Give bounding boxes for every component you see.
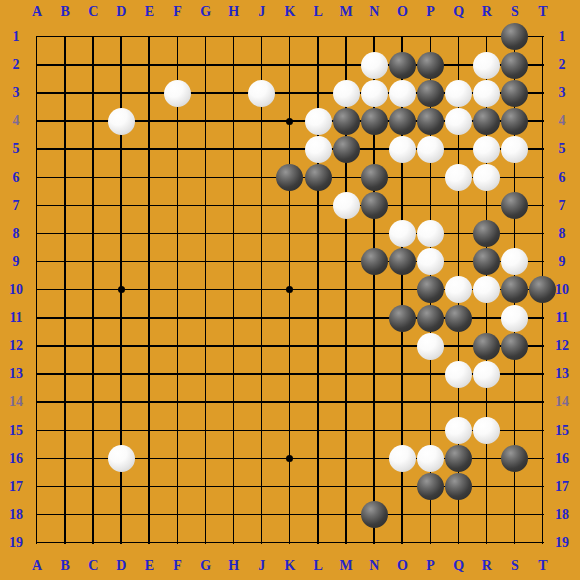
intersection-D5[interactable] bbox=[107, 135, 135, 163]
white-stone-Q4[interactable]: ○ bbox=[445, 108, 472, 135]
intersection-O2[interactable]: ● bbox=[388, 51, 416, 79]
intersection-O1[interactable] bbox=[388, 23, 416, 51]
intersection-A6[interactable] bbox=[23, 163, 51, 191]
intersection-T15[interactable] bbox=[529, 416, 557, 444]
intersection-T8[interactable] bbox=[529, 220, 557, 248]
intersection-D4[interactable]: ○ bbox=[107, 107, 135, 135]
intersection-N3[interactable]: ○ bbox=[360, 79, 388, 107]
white-stone-P12[interactable]: ○ bbox=[417, 333, 444, 360]
intersection-B14[interactable] bbox=[51, 388, 79, 416]
intersection-F16[interactable] bbox=[163, 445, 191, 473]
intersection-N16[interactable] bbox=[360, 445, 388, 473]
intersection-M18[interactable] bbox=[332, 501, 360, 529]
intersection-K7[interactable] bbox=[276, 192, 304, 220]
intersection-J15[interactable] bbox=[248, 416, 276, 444]
intersection-A3[interactable] bbox=[23, 79, 51, 107]
intersection-N19[interactable] bbox=[360, 529, 388, 557]
intersection-L19[interactable] bbox=[304, 529, 332, 557]
intersection-D2[interactable] bbox=[107, 51, 135, 79]
intersection-J13[interactable] bbox=[248, 360, 276, 388]
black-stone-N7[interactable]: ● bbox=[361, 192, 388, 219]
white-stone-M3[interactable]: ○ bbox=[333, 80, 360, 107]
white-stone-M7[interactable]: ○ bbox=[333, 192, 360, 219]
intersection-O6[interactable] bbox=[388, 163, 416, 191]
intersection-D12[interactable] bbox=[107, 332, 135, 360]
intersection-A16[interactable] bbox=[23, 445, 51, 473]
intersection-G2[interactable] bbox=[192, 51, 220, 79]
intersection-D6[interactable] bbox=[107, 163, 135, 191]
intersection-R8[interactable]: ● bbox=[473, 220, 501, 248]
intersection-G5[interactable] bbox=[192, 135, 220, 163]
intersection-Q17[interactable]: ● bbox=[445, 473, 473, 501]
white-stone-R2[interactable]: ○ bbox=[473, 52, 500, 79]
intersection-P4[interactable]: ● bbox=[416, 107, 444, 135]
intersection-J9[interactable] bbox=[248, 248, 276, 276]
intersection-E9[interactable] bbox=[135, 248, 163, 276]
intersection-B3[interactable] bbox=[51, 79, 79, 107]
intersection-T10[interactable]: ● bbox=[529, 276, 557, 304]
intersection-D7[interactable] bbox=[107, 192, 135, 220]
intersection-F14[interactable] bbox=[163, 388, 191, 416]
intersection-M4[interactable]: ● bbox=[332, 107, 360, 135]
intersection-E5[interactable] bbox=[135, 135, 163, 163]
intersection-K13[interactable] bbox=[276, 360, 304, 388]
intersection-J8[interactable] bbox=[248, 220, 276, 248]
white-stone-R3[interactable]: ○ bbox=[473, 80, 500, 107]
intersection-K4[interactable] bbox=[276, 107, 304, 135]
black-stone-O9[interactable]: ● bbox=[389, 248, 416, 275]
black-stone-M4[interactable]: ● bbox=[333, 108, 360, 135]
intersection-C11[interactable] bbox=[79, 304, 107, 332]
black-stone-P4[interactable]: ● bbox=[417, 108, 444, 135]
intersection-B7[interactable] bbox=[51, 192, 79, 220]
black-stone-P3[interactable]: ● bbox=[417, 80, 444, 107]
intersection-H4[interactable] bbox=[220, 107, 248, 135]
intersection-S6[interactable] bbox=[501, 163, 529, 191]
intersection-C13[interactable] bbox=[79, 360, 107, 388]
intersection-D9[interactable] bbox=[107, 248, 135, 276]
intersection-E18[interactable] bbox=[135, 501, 163, 529]
intersection-F5[interactable] bbox=[163, 135, 191, 163]
intersection-N17[interactable] bbox=[360, 473, 388, 501]
white-stone-Q15[interactable]: ○ bbox=[445, 417, 472, 444]
intersection-N2[interactable]: ○ bbox=[360, 51, 388, 79]
intersection-K9[interactable] bbox=[276, 248, 304, 276]
intersection-H10[interactable] bbox=[220, 276, 248, 304]
intersection-R18[interactable] bbox=[473, 501, 501, 529]
white-stone-O5[interactable]: ○ bbox=[389, 136, 416, 163]
intersection-F3[interactable]: ○ bbox=[163, 79, 191, 107]
intersection-T16[interactable] bbox=[529, 445, 557, 473]
black-stone-T10[interactable]: ● bbox=[529, 276, 556, 303]
intersection-S17[interactable] bbox=[501, 473, 529, 501]
intersection-F10[interactable] bbox=[163, 276, 191, 304]
intersection-D14[interactable] bbox=[107, 388, 135, 416]
intersection-C10[interactable] bbox=[79, 276, 107, 304]
intersection-O18[interactable] bbox=[388, 501, 416, 529]
white-stone-O8[interactable]: ○ bbox=[389, 220, 416, 247]
intersection-G11[interactable] bbox=[192, 304, 220, 332]
intersection-L6[interactable]: ● bbox=[304, 163, 332, 191]
intersection-T7[interactable] bbox=[529, 192, 557, 220]
intersection-F12[interactable] bbox=[163, 332, 191, 360]
white-stone-Q10[interactable]: ○ bbox=[445, 276, 472, 303]
intersection-L8[interactable] bbox=[304, 220, 332, 248]
intersection-J4[interactable] bbox=[248, 107, 276, 135]
black-stone-S3[interactable]: ● bbox=[501, 80, 528, 107]
white-stone-S11[interactable]: ○ bbox=[501, 305, 528, 332]
intersection-S9[interactable]: ○ bbox=[501, 248, 529, 276]
intersection-G12[interactable] bbox=[192, 332, 220, 360]
intersection-M19[interactable] bbox=[332, 529, 360, 557]
black-stone-M5[interactable]: ● bbox=[333, 136, 360, 163]
intersection-P9[interactable]: ○ bbox=[416, 248, 444, 276]
intersection-B19[interactable] bbox=[51, 529, 79, 557]
intersection-R16[interactable] bbox=[473, 445, 501, 473]
intersection-J10[interactable] bbox=[248, 276, 276, 304]
intersection-S8[interactable] bbox=[501, 220, 529, 248]
intersection-L4[interactable]: ○ bbox=[304, 107, 332, 135]
intersection-C19[interactable] bbox=[79, 529, 107, 557]
intersection-N11[interactable] bbox=[360, 304, 388, 332]
intersection-A15[interactable] bbox=[23, 416, 51, 444]
intersection-K14[interactable] bbox=[276, 388, 304, 416]
black-stone-O4[interactable]: ● bbox=[389, 108, 416, 135]
white-stone-O16[interactable]: ○ bbox=[389, 445, 416, 472]
intersection-E19[interactable] bbox=[135, 529, 163, 557]
intersection-M5[interactable]: ● bbox=[332, 135, 360, 163]
intersection-G14[interactable] bbox=[192, 388, 220, 416]
intersection-P6[interactable] bbox=[416, 163, 444, 191]
intersection-L15[interactable] bbox=[304, 416, 332, 444]
intersection-M7[interactable]: ○ bbox=[332, 192, 360, 220]
intersection-O4[interactable]: ● bbox=[388, 107, 416, 135]
intersection-H17[interactable] bbox=[220, 473, 248, 501]
intersection-P8[interactable]: ○ bbox=[416, 220, 444, 248]
intersection-D16[interactable]: ○ bbox=[107, 445, 135, 473]
intersection-K5[interactable] bbox=[276, 135, 304, 163]
intersection-M15[interactable] bbox=[332, 416, 360, 444]
intersection-K2[interactable] bbox=[276, 51, 304, 79]
intersection-Q4[interactable]: ○ bbox=[445, 107, 473, 135]
intersection-J19[interactable] bbox=[248, 529, 276, 557]
intersection-A19[interactable] bbox=[23, 529, 51, 557]
intersection-O14[interactable] bbox=[388, 388, 416, 416]
intersection-Q16[interactable]: ● bbox=[445, 445, 473, 473]
white-stone-R6[interactable]: ○ bbox=[473, 164, 500, 191]
intersection-B12[interactable] bbox=[51, 332, 79, 360]
intersection-A4[interactable] bbox=[23, 107, 51, 135]
intersection-P3[interactable]: ● bbox=[416, 79, 444, 107]
intersection-H19[interactable] bbox=[220, 529, 248, 557]
intersection-L10[interactable] bbox=[304, 276, 332, 304]
intersection-M8[interactable] bbox=[332, 220, 360, 248]
intersection-R4[interactable]: ● bbox=[473, 107, 501, 135]
intersection-K15[interactable] bbox=[276, 416, 304, 444]
white-stone-R13[interactable]: ○ bbox=[473, 361, 500, 388]
intersection-H15[interactable] bbox=[220, 416, 248, 444]
intersection-J7[interactable] bbox=[248, 192, 276, 220]
intersection-Q13[interactable]: ○ bbox=[445, 360, 473, 388]
intersection-D1[interactable] bbox=[107, 23, 135, 51]
intersection-E4[interactable] bbox=[135, 107, 163, 135]
white-stone-Q3[interactable]: ○ bbox=[445, 80, 472, 107]
intersection-S7[interactable]: ● bbox=[501, 192, 529, 220]
intersection-J3[interactable]: ○ bbox=[248, 79, 276, 107]
intersection-J1[interactable] bbox=[248, 23, 276, 51]
intersection-O8[interactable]: ○ bbox=[388, 220, 416, 248]
intersection-N12[interactable] bbox=[360, 332, 388, 360]
intersection-S3[interactable]: ● bbox=[501, 79, 529, 107]
intersection-F11[interactable] bbox=[163, 304, 191, 332]
intersection-H12[interactable] bbox=[220, 332, 248, 360]
intersection-E2[interactable] bbox=[135, 51, 163, 79]
intersection-P16[interactable]: ○ bbox=[416, 445, 444, 473]
intersection-P2[interactable]: ● bbox=[416, 51, 444, 79]
intersection-N10[interactable] bbox=[360, 276, 388, 304]
intersection-P11[interactable]: ● bbox=[416, 304, 444, 332]
intersection-M3[interactable]: ○ bbox=[332, 79, 360, 107]
intersection-R9[interactable]: ● bbox=[473, 248, 501, 276]
black-stone-S4[interactable]: ● bbox=[501, 108, 528, 135]
intersection-L17[interactable] bbox=[304, 473, 332, 501]
intersection-T2[interactable] bbox=[529, 51, 557, 79]
intersection-M12[interactable] bbox=[332, 332, 360, 360]
intersection-L14[interactable] bbox=[304, 388, 332, 416]
intersection-R1[interactable] bbox=[473, 23, 501, 51]
intersection-L5[interactable]: ○ bbox=[304, 135, 332, 163]
intersection-K18[interactable] bbox=[276, 501, 304, 529]
intersection-P18[interactable] bbox=[416, 501, 444, 529]
intersection-O10[interactable] bbox=[388, 276, 416, 304]
intersection-A7[interactable] bbox=[23, 192, 51, 220]
black-stone-N6[interactable]: ● bbox=[361, 164, 388, 191]
intersection-H2[interactable] bbox=[220, 51, 248, 79]
intersection-S14[interactable] bbox=[501, 388, 529, 416]
intersection-A14[interactable] bbox=[23, 388, 51, 416]
intersection-F7[interactable] bbox=[163, 192, 191, 220]
intersection-P17[interactable]: ● bbox=[416, 473, 444, 501]
intersection-T14[interactable] bbox=[529, 388, 557, 416]
intersection-C2[interactable] bbox=[79, 51, 107, 79]
intersection-J18[interactable] bbox=[248, 501, 276, 529]
intersection-N7[interactable]: ● bbox=[360, 192, 388, 220]
intersection-N13[interactable] bbox=[360, 360, 388, 388]
intersection-B16[interactable] bbox=[51, 445, 79, 473]
intersection-M14[interactable] bbox=[332, 388, 360, 416]
intersection-H8[interactable] bbox=[220, 220, 248, 248]
intersection-Q9[interactable] bbox=[445, 248, 473, 276]
black-stone-R4[interactable]: ● bbox=[473, 108, 500, 135]
intersection-C18[interactable] bbox=[79, 501, 107, 529]
white-stone-P16[interactable]: ○ bbox=[417, 445, 444, 472]
black-stone-R12[interactable]: ● bbox=[473, 333, 500, 360]
intersection-K8[interactable] bbox=[276, 220, 304, 248]
intersection-Q7[interactable] bbox=[445, 192, 473, 220]
intersection-P14[interactable] bbox=[416, 388, 444, 416]
intersection-N14[interactable] bbox=[360, 388, 388, 416]
intersection-S5[interactable]: ○ bbox=[501, 135, 529, 163]
intersection-A1[interactable] bbox=[23, 23, 51, 51]
black-stone-Q11[interactable]: ● bbox=[445, 305, 472, 332]
intersection-L7[interactable] bbox=[304, 192, 332, 220]
intersection-C4[interactable] bbox=[79, 107, 107, 135]
black-stone-S16[interactable]: ● bbox=[501, 445, 528, 472]
white-stone-R15[interactable]: ○ bbox=[473, 417, 500, 444]
intersection-R7[interactable] bbox=[473, 192, 501, 220]
intersection-J11[interactable] bbox=[248, 304, 276, 332]
intersection-A5[interactable] bbox=[23, 135, 51, 163]
black-stone-R8[interactable]: ● bbox=[473, 220, 500, 247]
intersection-E8[interactable] bbox=[135, 220, 163, 248]
intersection-O17[interactable] bbox=[388, 473, 416, 501]
intersection-R14[interactable] bbox=[473, 388, 501, 416]
intersection-B1[interactable] bbox=[51, 23, 79, 51]
black-stone-Q17[interactable]: ● bbox=[445, 473, 472, 500]
intersection-B17[interactable] bbox=[51, 473, 79, 501]
intersection-S11[interactable]: ○ bbox=[501, 304, 529, 332]
intersection-O12[interactable] bbox=[388, 332, 416, 360]
intersection-Q15[interactable]: ○ bbox=[445, 416, 473, 444]
intersection-H7[interactable] bbox=[220, 192, 248, 220]
intersection-B2[interactable] bbox=[51, 51, 79, 79]
black-stone-N9[interactable]: ● bbox=[361, 248, 388, 275]
intersection-C15[interactable] bbox=[79, 416, 107, 444]
intersection-H6[interactable] bbox=[220, 163, 248, 191]
intersection-F4[interactable] bbox=[163, 107, 191, 135]
white-stone-O3[interactable]: ○ bbox=[389, 80, 416, 107]
intersection-G3[interactable] bbox=[192, 79, 220, 107]
black-stone-S7[interactable]: ● bbox=[501, 192, 528, 219]
intersection-F19[interactable] bbox=[163, 529, 191, 557]
black-stone-R9[interactable]: ● bbox=[473, 248, 500, 275]
black-stone-O2[interactable]: ● bbox=[389, 52, 416, 79]
intersection-Q5[interactable] bbox=[445, 135, 473, 163]
white-stone-N2[interactable]: ○ bbox=[361, 52, 388, 79]
intersection-R5[interactable]: ○ bbox=[473, 135, 501, 163]
intersection-F1[interactable] bbox=[163, 23, 191, 51]
intersection-C12[interactable] bbox=[79, 332, 107, 360]
intersection-E14[interactable] bbox=[135, 388, 163, 416]
intersection-H9[interactable] bbox=[220, 248, 248, 276]
black-stone-Q16[interactable]: ● bbox=[445, 445, 472, 472]
intersection-L3[interactable] bbox=[304, 79, 332, 107]
intersection-Q11[interactable]: ● bbox=[445, 304, 473, 332]
intersection-B6[interactable] bbox=[51, 163, 79, 191]
white-stone-P5[interactable]: ○ bbox=[417, 136, 444, 163]
intersection-N18[interactable]: ● bbox=[360, 501, 388, 529]
intersection-A9[interactable] bbox=[23, 248, 51, 276]
intersection-P15[interactable] bbox=[416, 416, 444, 444]
intersection-K16[interactable] bbox=[276, 445, 304, 473]
white-stone-L5[interactable]: ○ bbox=[305, 136, 332, 163]
white-stone-Q13[interactable]: ○ bbox=[445, 361, 472, 388]
intersection-N9[interactable]: ● bbox=[360, 248, 388, 276]
intersection-A17[interactable] bbox=[23, 473, 51, 501]
intersection-L13[interactable] bbox=[304, 360, 332, 388]
intersection-T18[interactable] bbox=[529, 501, 557, 529]
intersection-K10[interactable] bbox=[276, 276, 304, 304]
intersection-D3[interactable] bbox=[107, 79, 135, 107]
intersection-E16[interactable] bbox=[135, 445, 163, 473]
intersection-L9[interactable] bbox=[304, 248, 332, 276]
intersection-H3[interactable] bbox=[220, 79, 248, 107]
intersection-G8[interactable] bbox=[192, 220, 220, 248]
intersection-Q14[interactable] bbox=[445, 388, 473, 416]
white-stone-L4[interactable]: ○ bbox=[305, 108, 332, 135]
intersection-T17[interactable] bbox=[529, 473, 557, 501]
intersection-N5[interactable] bbox=[360, 135, 388, 163]
intersection-P10[interactable]: ● bbox=[416, 276, 444, 304]
intersection-C17[interactable] bbox=[79, 473, 107, 501]
intersection-R13[interactable]: ○ bbox=[473, 360, 501, 388]
intersection-F13[interactable] bbox=[163, 360, 191, 388]
intersection-K19[interactable] bbox=[276, 529, 304, 557]
intersection-L18[interactable] bbox=[304, 501, 332, 529]
intersection-G6[interactable] bbox=[192, 163, 220, 191]
intersection-G9[interactable] bbox=[192, 248, 220, 276]
intersection-K11[interactable] bbox=[276, 304, 304, 332]
intersection-B18[interactable] bbox=[51, 501, 79, 529]
intersection-C14[interactable] bbox=[79, 388, 107, 416]
intersection-D13[interactable] bbox=[107, 360, 135, 388]
intersection-A10[interactable] bbox=[23, 276, 51, 304]
intersection-D15[interactable] bbox=[107, 416, 135, 444]
intersection-F15[interactable] bbox=[163, 416, 191, 444]
intersection-R12[interactable]: ● bbox=[473, 332, 501, 360]
black-stone-S12[interactable]: ● bbox=[501, 333, 528, 360]
intersection-Q6[interactable]: ○ bbox=[445, 163, 473, 191]
intersection-E6[interactable] bbox=[135, 163, 163, 191]
intersection-P1[interactable] bbox=[416, 23, 444, 51]
intersection-H11[interactable] bbox=[220, 304, 248, 332]
intersection-P7[interactable] bbox=[416, 192, 444, 220]
intersection-S19[interactable] bbox=[501, 529, 529, 557]
intersection-B9[interactable] bbox=[51, 248, 79, 276]
black-stone-S10[interactable]: ● bbox=[501, 276, 528, 303]
white-stone-J3[interactable]: ○ bbox=[248, 80, 275, 107]
intersection-N15[interactable] bbox=[360, 416, 388, 444]
intersection-N1[interactable] bbox=[360, 23, 388, 51]
intersection-O3[interactable]: ○ bbox=[388, 79, 416, 107]
intersection-N8[interactable] bbox=[360, 220, 388, 248]
intersection-G19[interactable] bbox=[192, 529, 220, 557]
black-stone-S1[interactable]: ● bbox=[501, 23, 528, 50]
intersection-K1[interactable] bbox=[276, 23, 304, 51]
intersection-R2[interactable]: ○ bbox=[473, 51, 501, 79]
intersection-T13[interactable] bbox=[529, 360, 557, 388]
intersection-K12[interactable] bbox=[276, 332, 304, 360]
intersection-C5[interactable] bbox=[79, 135, 107, 163]
black-stone-L6[interactable]: ● bbox=[305, 164, 332, 191]
intersection-M16[interactable] bbox=[332, 445, 360, 473]
intersection-H16[interactable] bbox=[220, 445, 248, 473]
intersection-J17[interactable] bbox=[248, 473, 276, 501]
black-stone-N4[interactable]: ● bbox=[361, 108, 388, 135]
intersection-P13[interactable] bbox=[416, 360, 444, 388]
intersection-T6[interactable] bbox=[529, 163, 557, 191]
intersection-M17[interactable] bbox=[332, 473, 360, 501]
black-stone-O11[interactable]: ● bbox=[389, 305, 416, 332]
intersection-T4[interactable] bbox=[529, 107, 557, 135]
white-stone-N3[interactable]: ○ bbox=[361, 80, 388, 107]
white-stone-P9[interactable]: ○ bbox=[417, 248, 444, 275]
white-stone-Q6[interactable]: ○ bbox=[445, 164, 472, 191]
white-stone-R5[interactable]: ○ bbox=[473, 136, 500, 163]
intersection-Q12[interactable] bbox=[445, 332, 473, 360]
intersection-B11[interactable] bbox=[51, 304, 79, 332]
intersection-T9[interactable] bbox=[529, 248, 557, 276]
